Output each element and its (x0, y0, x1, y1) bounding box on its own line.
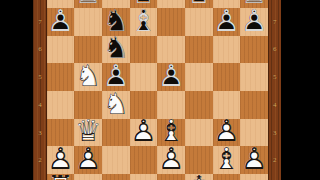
white-pawn-glyph: ♟ (213, 117, 240, 147)
rank-label-right-3: 3 (273, 129, 277, 136)
square-d7[interactable]: ♝♗ (130, 8, 158, 36)
square-g4[interactable] (213, 91, 241, 119)
white-knight-glyph: ♞ (75, 61, 102, 91)
white-rook-outline: ♖ (47, 172, 74, 180)
piece-white-knight[interactable]: ♞♘ (102, 91, 130, 119)
black-pawn-outline: ♙ (158, 61, 185, 91)
square-e4[interactable] (157, 91, 185, 119)
square-h3[interactable] (240, 119, 268, 147)
black-knight-glyph: ♞ (102, 34, 129, 64)
rank-label-right-5: 5 (273, 74, 277, 81)
white-pawn-glyph: ♟ (47, 144, 74, 174)
square-f5[interactable] (185, 63, 213, 91)
square-a7[interactable]: ♟♙ (47, 8, 75, 36)
square-e3[interactable]: ♝♗ (157, 119, 185, 147)
square-d4[interactable] (130, 91, 158, 119)
white-knight-outline: ♘ (75, 61, 102, 91)
piece-white-pawn[interactable]: ♟♙ (47, 146, 75, 174)
square-a3[interactable] (47, 119, 75, 147)
white-pawn-outline: ♙ (213, 117, 240, 147)
square-e7[interactable] (157, 8, 185, 36)
piece-black-pawn[interactable]: ♟♙ (240, 8, 268, 36)
square-b7[interactable] (74, 8, 102, 36)
piece-black-queen[interactable]: ♛♕ (130, 0, 158, 8)
white-queen-outline: ♕ (75, 117, 102, 147)
square-b6[interactable] (74, 36, 102, 64)
white-pawn-glyph: ♟ (158, 144, 185, 174)
square-h5[interactable] (240, 63, 268, 91)
white-pawn-outline: ♙ (241, 144, 268, 174)
square-f3[interactable] (185, 119, 213, 147)
video-frame: ♜♖♛♕♚♔♜♖♟♙♞♘♝♗♟♙♟♙♞♘♞♘♟♙♟♙♞♘♛♕♟♙♝♗♟♙♟♙♟♙… (0, 0, 320, 180)
square-c7[interactable]: ♞♘ (102, 8, 130, 36)
chess-board: ♜♖♛♕♚♔♜♖♟♙♞♘♝♗♟♙♟♙♞♘♞♘♟♙♟♙♞♘♛♕♟♙♝♗♟♙♟♙♟♙… (47, 0, 268, 180)
piece-black-pawn[interactable]: ♟♙ (157, 63, 185, 91)
white-pawn-outline: ♙ (75, 144, 102, 174)
rank-label-left-3: 3 (38, 129, 42, 136)
rank-label-left-2: 2 (38, 157, 42, 164)
piece-white-rook[interactable]: ♜♖ (47, 174, 75, 180)
piece-white-king[interactable]: ♚♔ (185, 174, 213, 180)
square-a6[interactable] (47, 36, 75, 64)
square-h1[interactable] (240, 174, 268, 180)
square-c1[interactable] (102, 174, 130, 180)
square-b1[interactable] (74, 174, 102, 180)
piece-black-bishop[interactable]: ♝♗ (130, 8, 158, 36)
white-bishop-outline: ♗ (213, 144, 240, 174)
square-h2[interactable]: ♟♙ (240, 146, 268, 174)
piece-black-pawn[interactable]: ♟♙ (47, 8, 75, 36)
black-pawn-glyph: ♟ (213, 6, 240, 36)
square-d8[interactable]: ♛♕ (130, 0, 158, 8)
black-pawn-glyph: ♟ (47, 6, 74, 36)
square-d2[interactable] (130, 146, 158, 174)
square-a2[interactable]: ♟♙ (47, 146, 75, 174)
rank-label-left-5: 5 (38, 74, 42, 81)
square-c4[interactable]: ♞♘ (102, 91, 130, 119)
square-a5[interactable] (47, 63, 75, 91)
white-pawn-glyph: ♟ (241, 144, 268, 174)
black-knight-outline: ♘ (102, 34, 129, 64)
square-f1[interactable]: ♚♔ (185, 174, 213, 180)
square-b3[interactable]: ♛♕ (74, 119, 102, 147)
piece-white-knight[interactable]: ♞♘ (74, 63, 102, 91)
square-c2[interactable] (102, 146, 130, 174)
square-b5[interactable]: ♞♘ (74, 63, 102, 91)
white-pawn-outline: ♙ (47, 144, 74, 174)
black-pawn-outline: ♙ (102, 61, 129, 91)
piece-black-pawn[interactable]: ♟♙ (102, 63, 130, 91)
black-bishop-glyph: ♝ (130, 6, 157, 36)
square-g7[interactable]: ♟♙ (213, 8, 241, 36)
square-g8[interactable] (213, 0, 241, 8)
white-pawn-glyph: ♟ (130, 117, 157, 147)
white-queen-glyph: ♛ (75, 117, 102, 147)
piece-black-rook[interactable]: ♜♖ (74, 0, 102, 8)
square-e8[interactable] (157, 0, 185, 8)
piece-white-pawn[interactable]: ♟♙ (74, 146, 102, 174)
piece-black-knight[interactable]: ♞♘ (102, 8, 130, 36)
black-pawn-outline: ♙ (47, 6, 74, 36)
rank-label-right-7: 7 (273, 18, 277, 25)
square-c3[interactable] (102, 119, 130, 147)
piece-white-pawn[interactable]: ♟♙ (157, 146, 185, 174)
square-d6[interactable] (130, 36, 158, 64)
square-d1[interactable] (130, 174, 158, 180)
square-h7[interactable]: ♟♙ (240, 8, 268, 36)
square-a1[interactable]: ♜♖ (47, 174, 75, 180)
square-f2[interactable] (185, 146, 213, 174)
square-d5[interactable] (130, 63, 158, 91)
rank-label-left-4: 4 (38, 101, 42, 108)
piece-black-knight[interactable]: ♞♘ (102, 36, 130, 64)
black-pawn-glyph: ♟ (241, 6, 268, 36)
white-pawn-outline: ♙ (130, 117, 157, 147)
rank-label-right-6: 6 (273, 46, 277, 53)
square-b2[interactable]: ♟♙ (74, 146, 102, 174)
square-g6[interactable] (213, 36, 241, 64)
white-pawn-glyph: ♟ (75, 144, 102, 174)
square-b4[interactable] (74, 91, 102, 119)
black-pawn-glyph: ♟ (102, 61, 129, 91)
square-f7[interactable] (185, 8, 213, 36)
piece-white-pawn[interactable]: ♟♙ (130, 119, 158, 147)
square-f4[interactable] (185, 91, 213, 119)
piece-white-pawn[interactable]: ♟♙ (213, 119, 241, 147)
square-e5[interactable]: ♟♙ (157, 63, 185, 91)
black-knight-outline: ♘ (102, 6, 129, 36)
board-frame: ♜♖♛♕♚♔♜♖♟♙♞♘♝♗♟♙♟♙♞♘♞♘♟♙♟♙♞♘♛♕♟♙♝♗♟♙♟♙♟♙… (33, 0, 281, 180)
rank-label-right-4: 4 (273, 101, 277, 108)
piece-white-pawn[interactable]: ♟♙ (240, 146, 268, 174)
square-g2[interactable]: ♝♗ (213, 146, 241, 174)
rank-label-left-6: 6 (38, 46, 42, 53)
square-h8[interactable]: ♜♖ (240, 0, 268, 8)
square-g5[interactable] (213, 63, 241, 91)
piece-black-king[interactable]: ♚♔ (185, 0, 213, 8)
white-knight-outline: ♘ (102, 89, 129, 119)
square-h4[interactable] (240, 91, 268, 119)
piece-white-bishop[interactable]: ♝♗ (157, 119, 185, 147)
square-h6[interactable] (240, 36, 268, 64)
square-e6[interactable] (157, 36, 185, 64)
white-rook-glyph: ♜ (47, 172, 74, 180)
square-g3[interactable]: ♟♙ (213, 119, 241, 147)
black-knight-glyph: ♞ (102, 6, 129, 36)
rank-label-right-2: 2 (273, 157, 277, 164)
black-bishop-outline: ♗ (130, 6, 157, 36)
white-bishop-outline: ♗ (158, 117, 185, 147)
black-pawn-outline: ♙ (213, 6, 240, 36)
white-pawn-outline: ♙ (158, 144, 185, 174)
black-pawn-outline: ♙ (241, 6, 268, 36)
square-c5[interactable]: ♟♙ (102, 63, 130, 91)
rank-label-left-7: 7 (38, 18, 42, 25)
square-d3[interactable]: ♟♙ (130, 119, 158, 147)
white-king-outline: ♔ (185, 172, 212, 180)
square-f6[interactable] (185, 36, 213, 64)
square-c8[interactable] (102, 0, 130, 8)
white-bishop-glyph: ♝ (213, 144, 240, 174)
piece-black-rook[interactable]: ♜♖ (240, 0, 268, 8)
square-f8[interactable]: ♚♔ (185, 0, 213, 8)
square-g1[interactable] (213, 174, 241, 180)
white-king-glyph: ♚ (185, 172, 212, 180)
piece-white-bishop[interactable]: ♝♗ (213, 146, 241, 174)
piece-black-pawn[interactable]: ♟♙ (213, 8, 241, 36)
square-e2[interactable]: ♟♙ (157, 146, 185, 174)
black-pawn-glyph: ♟ (158, 61, 185, 91)
square-a8[interactable] (47, 0, 75, 8)
square-e1[interactable] (157, 174, 185, 180)
piece-white-queen[interactable]: ♛♕ (74, 119, 102, 147)
white-knight-glyph: ♞ (102, 89, 129, 119)
square-c6[interactable]: ♞♘ (102, 36, 130, 64)
square-b8[interactable]: ♜♖ (74, 0, 102, 8)
white-bishop-glyph: ♝ (158, 117, 185, 147)
square-a4[interactable] (47, 91, 75, 119)
